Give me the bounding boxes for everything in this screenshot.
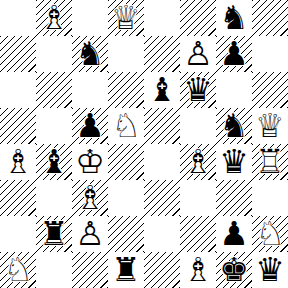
square-g7[interactable]: ♟♟ <box>216 36 252 72</box>
square-b1[interactable] <box>36 252 72 288</box>
square-g6[interactable] <box>216 72 252 108</box>
square-h3[interactable] <box>252 180 288 216</box>
square-e1[interactable] <box>144 252 180 288</box>
square-c7[interactable]: ♞♞ <box>72 36 108 72</box>
piece-white-king: ♚♔ <box>72 144 108 180</box>
piece-black-rook: ♜♜ <box>36 216 72 252</box>
square-e6[interactable]: ♝♝ <box>144 72 180 108</box>
piece-black-queen: ♛♛ <box>180 72 216 108</box>
piece-glyph: ♟ <box>216 216 252 252</box>
piece-glyph: ♕ <box>252 108 288 144</box>
square-b4[interactable]: ♝♝ <box>36 144 72 180</box>
square-a4[interactable]: ♝♗ <box>0 144 36 180</box>
piece-white-rook: ♜♖ <box>252 144 288 180</box>
square-g2[interactable]: ♟♟ <box>216 216 252 252</box>
piece-black-king: ♚♚ <box>216 252 252 288</box>
piece-glyph: ♜ <box>108 252 144 288</box>
square-c8[interactable] <box>72 0 108 36</box>
square-f6[interactable]: ♛♛ <box>180 72 216 108</box>
piece-glyph: ♛ <box>180 72 216 108</box>
square-d4[interactable] <box>108 144 144 180</box>
piece-glyph: ♖ <box>252 144 288 180</box>
square-a2[interactable] <box>0 216 36 252</box>
piece-black-pawn: ♟♟ <box>216 36 252 72</box>
piece-glyph: ♗ <box>36 0 72 36</box>
piece-white-knight: ♞♘ <box>0 252 36 288</box>
square-g8[interactable]: ♞♞ <box>216 0 252 36</box>
square-e4[interactable] <box>144 144 180 180</box>
square-f2[interactable] <box>180 216 216 252</box>
piece-glyph: ♗ <box>0 144 36 180</box>
piece-white-queen: ♛♕ <box>108 0 144 36</box>
square-a3[interactable] <box>0 180 36 216</box>
square-d6[interactable] <box>108 72 144 108</box>
piece-glyph: ♙ <box>72 216 108 252</box>
square-c2[interactable]: ♟♙ <box>72 216 108 252</box>
square-g1[interactable]: ♚♚ <box>216 252 252 288</box>
square-f7[interactable]: ♟♙ <box>180 36 216 72</box>
piece-white-bishop: ♝♗ <box>36 0 72 36</box>
piece-white-pawn: ♟♙ <box>72 216 108 252</box>
square-g4[interactable]: ♛♛ <box>216 144 252 180</box>
square-b8[interactable]: ♝♗ <box>36 0 72 36</box>
square-h2[interactable]: ♞♘ <box>252 216 288 252</box>
square-e5[interactable] <box>144 108 180 144</box>
piece-glyph: ♟ <box>216 36 252 72</box>
piece-white-bishop: ♝♗ <box>180 252 216 288</box>
piece-black-pawn: ♟♟ <box>72 108 108 144</box>
piece-black-queen: ♛♛ <box>252 252 288 288</box>
square-b6[interactable] <box>36 72 72 108</box>
piece-white-knight: ♞♘ <box>252 216 288 252</box>
square-d8[interactable]: ♛♕ <box>108 0 144 36</box>
piece-black-knight: ♞♞ <box>216 0 252 36</box>
square-b7[interactable] <box>36 36 72 72</box>
piece-black-bishop: ♝♝ <box>144 72 180 108</box>
piece-glyph: ♗ <box>180 144 216 180</box>
square-h1[interactable]: ♛♛ <box>252 252 288 288</box>
piece-white-knight: ♞♘ <box>108 108 144 144</box>
piece-glyph: ♘ <box>108 108 144 144</box>
square-h8[interactable] <box>252 0 288 36</box>
piece-glyph: ♘ <box>0 252 36 288</box>
square-d3[interactable] <box>108 180 144 216</box>
square-d5[interactable]: ♞♘ <box>108 108 144 144</box>
square-a1[interactable]: ♞♘ <box>0 252 36 288</box>
piece-glyph: ♙ <box>180 36 216 72</box>
chess-board: ♝♗♛♕♞♞♞♞♟♙♟♟♝♝♛♛♟♟♞♘♞♞♛♕♝♗♝♝♚♔♝♗♛♛♜♖♝♗♜♜… <box>0 0 288 288</box>
square-d2[interactable] <box>108 216 144 252</box>
piece-black-knight: ♞♞ <box>72 36 108 72</box>
square-e2[interactable] <box>144 216 180 252</box>
piece-glyph: ♛ <box>216 144 252 180</box>
square-h6[interactable] <box>252 72 288 108</box>
square-a8[interactable] <box>0 0 36 36</box>
piece-glyph: ♘ <box>252 216 288 252</box>
square-g5[interactable]: ♞♞ <box>216 108 252 144</box>
piece-glyph: ♞ <box>216 0 252 36</box>
square-h5[interactable]: ♛♕ <box>252 108 288 144</box>
piece-glyph: ♚ <box>216 252 252 288</box>
piece-black-rook: ♜♜ <box>108 252 144 288</box>
square-b2[interactable]: ♜♜ <box>36 216 72 252</box>
square-a7[interactable] <box>0 36 36 72</box>
piece-glyph: ♝ <box>36 144 72 180</box>
piece-white-bishop: ♝♗ <box>72 180 108 216</box>
square-b5[interactable] <box>36 108 72 144</box>
piece-glyph: ♞ <box>216 108 252 144</box>
piece-white-bishop: ♝♗ <box>0 144 36 180</box>
square-f1[interactable]: ♝♗ <box>180 252 216 288</box>
piece-glyph: ♟ <box>72 108 108 144</box>
piece-glyph: ♗ <box>72 180 108 216</box>
piece-black-bishop: ♝♝ <box>36 144 72 180</box>
square-a6[interactable] <box>0 72 36 108</box>
square-a5[interactable] <box>0 108 36 144</box>
piece-white-pawn: ♟♙ <box>180 36 216 72</box>
square-f3[interactable] <box>180 180 216 216</box>
square-d1[interactable]: ♜♜ <box>108 252 144 288</box>
square-g3[interactable] <box>216 180 252 216</box>
piece-glyph: ♜ <box>36 216 72 252</box>
square-e8[interactable] <box>144 0 180 36</box>
piece-black-pawn: ♟♟ <box>216 216 252 252</box>
square-d7[interactable] <box>108 36 144 72</box>
square-c3[interactable]: ♝♗ <box>72 180 108 216</box>
square-c1[interactable] <box>72 252 108 288</box>
square-c6[interactable] <box>72 72 108 108</box>
square-f8[interactable] <box>180 0 216 36</box>
square-f4[interactable]: ♝♗ <box>180 144 216 180</box>
piece-glyph: ♗ <box>180 252 216 288</box>
piece-black-knight: ♞♞ <box>216 108 252 144</box>
piece-black-queen: ♛♛ <box>216 144 252 180</box>
square-e3[interactable] <box>144 180 180 216</box>
square-h4[interactable]: ♜♖ <box>252 144 288 180</box>
square-e7[interactable] <box>144 36 180 72</box>
piece-glyph: ♞ <box>72 36 108 72</box>
square-h7[interactable] <box>252 36 288 72</box>
piece-glyph: ♕ <box>108 0 144 36</box>
piece-glyph: ♛ <box>252 252 288 288</box>
piece-white-queen: ♛♕ <box>252 108 288 144</box>
square-c4[interactable]: ♚♔ <box>72 144 108 180</box>
square-c5[interactable]: ♟♟ <box>72 108 108 144</box>
piece-glyph: ♝ <box>144 72 180 108</box>
square-f5[interactable] <box>180 108 216 144</box>
piece-white-bishop: ♝♗ <box>180 144 216 180</box>
square-b3[interactable] <box>36 180 72 216</box>
piece-glyph: ♔ <box>72 144 108 180</box>
